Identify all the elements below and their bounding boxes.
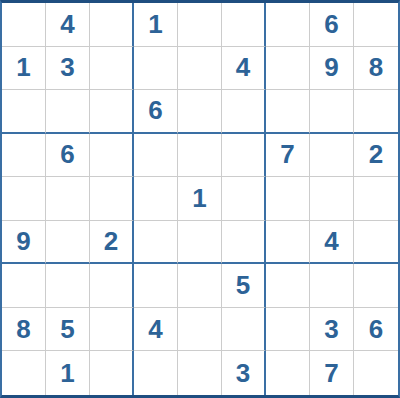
cell-r7c7[interactable] [266, 264, 310, 308]
cell-r6c8: 4 [310, 221, 354, 265]
sudoku-board: 4161349866721924585436137 [0, 0, 400, 398]
cell-r4c2: 6 [46, 134, 90, 178]
cell-r7c2[interactable] [46, 264, 90, 308]
cell-r2c2: 3 [46, 47, 90, 91]
cell-r4c4[interactable] [134, 134, 178, 178]
cell-r6c1: 9 [2, 221, 46, 265]
cell-r4c3[interactable] [90, 134, 134, 178]
cell-r4c7: 7 [266, 134, 310, 178]
cell-r1c6[interactable] [222, 3, 266, 47]
cell-r8c7[interactable] [266, 308, 310, 352]
cell-r5c4[interactable] [134, 177, 178, 221]
cell-r1c5[interactable] [178, 3, 222, 47]
cell-r3c5[interactable] [178, 90, 222, 134]
cell-r9c9[interactable] [354, 351, 398, 395]
cell-r7c1[interactable] [2, 264, 46, 308]
cell-r6c5[interactable] [178, 221, 222, 265]
cell-r1c9[interactable] [354, 3, 398, 47]
cell-r6c4[interactable] [134, 221, 178, 265]
cell-r2c6: 4 [222, 47, 266, 91]
cell-r4c6[interactable] [222, 134, 266, 178]
cell-r1c2: 4 [46, 3, 90, 47]
cell-r1c7[interactable] [266, 3, 310, 47]
cell-r3c6[interactable] [222, 90, 266, 134]
cell-r9c8: 7 [310, 351, 354, 395]
cell-r8c9: 6 [354, 308, 398, 352]
cell-r8c5[interactable] [178, 308, 222, 352]
cell-r6c9[interactable] [354, 221, 398, 265]
cell-r2c1: 1 [2, 47, 46, 91]
cell-r9c1[interactable] [2, 351, 46, 395]
cell-r5c2[interactable] [46, 177, 90, 221]
cell-r5c8[interactable] [310, 177, 354, 221]
cell-r9c4[interactable] [134, 351, 178, 395]
cell-r5c1[interactable] [2, 177, 46, 221]
cell-r7c3[interactable] [90, 264, 134, 308]
cell-r1c3[interactable] [90, 3, 134, 47]
cell-r2c3[interactable] [90, 47, 134, 91]
cell-r3c7[interactable] [266, 90, 310, 134]
cell-r1c8: 6 [310, 3, 354, 47]
cell-r4c9: 2 [354, 134, 398, 178]
cell-r4c8[interactable] [310, 134, 354, 178]
cell-r7c5[interactable] [178, 264, 222, 308]
cell-r6c2[interactable] [46, 221, 90, 265]
cell-r2c5[interactable] [178, 47, 222, 91]
cell-r4c1[interactable] [2, 134, 46, 178]
cell-r7c6: 5 [222, 264, 266, 308]
cell-r5c7[interactable] [266, 177, 310, 221]
cell-r5c9[interactable] [354, 177, 398, 221]
cell-r9c7[interactable] [266, 351, 310, 395]
cell-r8c6[interactable] [222, 308, 266, 352]
cell-r8c3[interactable] [90, 308, 134, 352]
cell-r3c4: 6 [134, 90, 178, 134]
cell-r8c4: 4 [134, 308, 178, 352]
cell-r9c5[interactable] [178, 351, 222, 395]
cell-r3c9[interactable] [354, 90, 398, 134]
cell-r2c7[interactable] [266, 47, 310, 91]
cell-r7c4[interactable] [134, 264, 178, 308]
cell-r5c5: 1 [178, 177, 222, 221]
cell-r4c5[interactable] [178, 134, 222, 178]
cell-r2c8: 9 [310, 47, 354, 91]
cell-r3c8[interactable] [310, 90, 354, 134]
cell-r5c6[interactable] [222, 177, 266, 221]
cell-r9c2: 1 [46, 351, 90, 395]
cell-r2c4[interactable] [134, 47, 178, 91]
cell-r8c2: 5 [46, 308, 90, 352]
cell-r9c3[interactable] [90, 351, 134, 395]
cell-r8c1: 8 [2, 308, 46, 352]
cell-r1c4: 1 [134, 3, 178, 47]
cell-r5c3[interactable] [90, 177, 134, 221]
cell-r9c6: 3 [222, 351, 266, 395]
cell-r7c8[interactable] [310, 264, 354, 308]
cell-r6c3: 2 [90, 221, 134, 265]
cell-r3c2[interactable] [46, 90, 90, 134]
cell-r6c7[interactable] [266, 221, 310, 265]
cell-r6c6[interactable] [222, 221, 266, 265]
cell-r1c1[interactable] [2, 3, 46, 47]
cell-r8c8: 3 [310, 308, 354, 352]
cell-r3c1[interactable] [2, 90, 46, 134]
cell-r7c9[interactable] [354, 264, 398, 308]
cell-r2c9: 8 [354, 47, 398, 91]
cell-r3c3[interactable] [90, 90, 134, 134]
